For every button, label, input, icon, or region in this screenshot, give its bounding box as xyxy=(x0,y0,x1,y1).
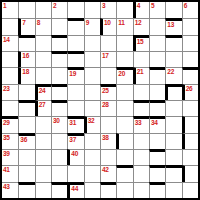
cell-r9c6[interactable] xyxy=(100,149,116,165)
clue-number-39: 39 xyxy=(3,150,10,157)
cell-r5c10[interactable] xyxy=(165,84,181,100)
cell-r8c11[interactable] xyxy=(182,133,198,149)
clue-number-29: 29 xyxy=(3,119,10,126)
clue-number-24: 24 xyxy=(39,87,46,94)
cell-r9c0[interactable]: 39 xyxy=(2,149,18,165)
cell-r11c0[interactable]: 43 xyxy=(2,182,18,198)
cell-r7c7[interactable] xyxy=(116,116,132,132)
clue-number-7: 7 xyxy=(22,19,25,26)
cell-r1c6[interactable]: 10 xyxy=(100,18,116,34)
cell-r11c3[interactable] xyxy=(51,182,67,198)
cell-r10c6[interactable]: 42 xyxy=(100,165,116,181)
cell-r5c1[interactable] xyxy=(18,84,34,100)
cell-r7c0[interactable]: 29 xyxy=(2,116,18,132)
clue-number-16: 16 xyxy=(22,52,29,59)
cell-r3c7[interactable] xyxy=(116,51,132,67)
cell-r1c0[interactable] xyxy=(2,18,18,34)
cell-r11c10[interactable] xyxy=(165,182,181,198)
cell-r5c8[interactable] xyxy=(133,84,149,100)
cell-r9c7[interactable] xyxy=(116,149,132,165)
cell-r1c5[interactable]: 9 xyxy=(84,18,100,34)
cell-r0c3[interactable]: 2 xyxy=(51,2,67,18)
cell-r7c4[interactable]: 31 xyxy=(67,116,83,132)
cell-r8c2[interactable] xyxy=(35,133,51,149)
cell-r11c5[interactable] xyxy=(84,182,100,198)
cell-r10c9[interactable] xyxy=(149,165,165,181)
cell-r6c5[interactable] xyxy=(84,100,100,116)
cell-r10c11[interactable] xyxy=(182,165,198,181)
cell-r2c10[interactable] xyxy=(165,35,181,51)
cell-r5c9[interactable] xyxy=(149,84,165,100)
cell-r4c10[interactable]: 22 xyxy=(165,67,181,83)
cell-r0c9[interactable]: 5 xyxy=(149,2,165,18)
cell-r5c0[interactable]: 23 xyxy=(2,84,18,100)
clue-number-14: 14 xyxy=(3,36,10,43)
cell-r8c5[interactable] xyxy=(84,133,100,149)
cell-r2c5[interactable] xyxy=(84,35,100,51)
cell-r7c10[interactable] xyxy=(165,116,181,132)
cell-r3c0[interactable] xyxy=(2,51,18,67)
cell-r9c3[interactable] xyxy=(51,149,67,165)
cell-r3c11[interactable] xyxy=(182,51,198,67)
clue-number-9: 9 xyxy=(86,19,89,26)
clue-number-13: 13 xyxy=(167,21,174,28)
cell-r11c1[interactable] xyxy=(18,182,34,198)
cell-r6c11[interactable] xyxy=(182,100,198,116)
cell-r0c4[interactable] xyxy=(67,2,83,18)
cell-r9c11[interactable] xyxy=(182,149,198,165)
cell-r1c9[interactable] xyxy=(149,18,165,34)
clue-number-40: 40 xyxy=(71,150,78,157)
cell-r2c2[interactable] xyxy=(35,35,51,51)
cell-r0c6[interactable]: 3 xyxy=(100,2,116,18)
cell-r10c10[interactable] xyxy=(165,165,181,181)
cell-r2c6[interactable] xyxy=(100,35,116,51)
cell-r8c3[interactable] xyxy=(51,133,67,149)
cell-r9c8[interactable] xyxy=(133,149,149,165)
cell-r1c1[interactable]: 7 xyxy=(18,18,34,34)
cell-r11c9[interactable] xyxy=(149,182,165,198)
cell-r3c3[interactable] xyxy=(51,51,67,67)
cell-r7c6[interactable] xyxy=(100,116,116,132)
cell-r3c6[interactable]: 17 xyxy=(100,51,116,67)
clue-number-35: 35 xyxy=(3,134,10,141)
clue-number-23: 23 xyxy=(3,85,10,92)
cell-r6c8[interactable] xyxy=(133,100,149,116)
crossword-board: 1234567891011121314151617181920212223242… xyxy=(0,0,200,200)
cell-r4c3[interactable] xyxy=(51,67,67,83)
clue-number-37: 37 xyxy=(69,136,76,143)
cell-r8c0[interactable]: 35 xyxy=(2,133,18,149)
cell-r0c8[interactable]: 4 xyxy=(133,2,149,18)
clue-number-12: 12 xyxy=(135,19,142,26)
cell-r5c2[interactable]: 24 xyxy=(35,84,51,100)
cell-r1c8[interactable]: 12 xyxy=(133,18,149,34)
cell-r8c7[interactable] xyxy=(116,133,132,149)
cell-r7c1[interactable] xyxy=(18,116,34,132)
cell-r1c2[interactable]: 8 xyxy=(35,18,51,34)
cell-r6c1[interactable] xyxy=(18,100,34,116)
cell-r6c0[interactable] xyxy=(2,100,18,116)
cell-r8c8[interactable] xyxy=(133,133,149,149)
cell-r2c7[interactable] xyxy=(116,35,132,51)
clue-number-18: 18 xyxy=(22,68,29,75)
cell-r0c11[interactable]: 6 xyxy=(182,2,198,18)
cell-r8c10[interactable] xyxy=(165,133,181,149)
cell-r0c7[interactable] xyxy=(116,2,132,18)
clue-number-6: 6 xyxy=(184,2,187,9)
cell-r2c11[interactable] xyxy=(182,35,198,51)
cell-r6c2[interactable]: 27 xyxy=(35,100,51,116)
cell-r9c9[interactable] xyxy=(149,149,165,165)
clue-number-42: 42 xyxy=(102,166,109,173)
cell-r10c2[interactable] xyxy=(35,165,51,181)
cell-r6c10[interactable] xyxy=(165,100,181,116)
cell-r9c4[interactable]: 40 xyxy=(67,149,83,165)
cell-r5c11[interactable]: 26 xyxy=(182,84,198,100)
cell-r0c5[interactable] xyxy=(84,2,100,18)
clue-number-11: 11 xyxy=(118,19,124,26)
cell-r8c1[interactable]: 36 xyxy=(18,133,34,149)
cell-r4c2[interactable] xyxy=(35,67,51,83)
clue-number-10: 10 xyxy=(104,19,111,26)
clue-number-21: 21 xyxy=(137,68,144,75)
cell-r4c1[interactable]: 18 xyxy=(18,67,34,83)
clue-number-22: 22 xyxy=(167,68,174,75)
clue-number-4: 4 xyxy=(137,2,140,9)
clue-number-1: 1 xyxy=(3,2,6,9)
cell-r0c2[interactable] xyxy=(35,2,51,18)
clue-number-25: 25 xyxy=(102,87,109,94)
clue-number-2: 2 xyxy=(53,2,56,9)
cell-r6c3[interactable] xyxy=(51,100,67,116)
cell-r3c5[interactable] xyxy=(84,51,100,67)
cell-r5c4[interactable] xyxy=(67,84,83,100)
cell-r4c6[interactable] xyxy=(100,67,116,83)
cell-r3c2[interactable] xyxy=(35,51,51,67)
cell-r9c2[interactable] xyxy=(35,149,51,165)
cell-r0c0[interactable]: 1 xyxy=(2,2,18,18)
cell-r4c4[interactable]: 19 xyxy=(67,67,83,83)
clue-number-44: 44 xyxy=(71,185,78,192)
cell-r11c7[interactable] xyxy=(116,182,132,198)
cell-r7c2[interactable] xyxy=(35,116,51,132)
cell-r10c5[interactable] xyxy=(84,165,100,181)
cell-r1c4[interactable] xyxy=(67,18,83,34)
clue-number-31: 31 xyxy=(69,119,76,126)
cell-r3c1[interactable]: 16 xyxy=(18,51,34,67)
clue-number-27: 27 xyxy=(39,101,46,108)
cell-r4c11[interactable] xyxy=(182,67,198,83)
clue-number-43: 43 xyxy=(3,183,10,190)
cell-r4c5[interactable] xyxy=(84,67,100,83)
cell-r2c9[interactable] xyxy=(149,35,165,51)
clue-number-15: 15 xyxy=(137,38,144,45)
cell-r7c3[interactable]: 30 xyxy=(51,116,67,132)
cell-r9c1[interactable] xyxy=(18,149,34,165)
cell-r3c8[interactable] xyxy=(133,51,149,67)
clue-number-28: 28 xyxy=(102,101,109,108)
clue-number-38: 38 xyxy=(102,134,109,141)
cell-r7c8[interactable]: 33 xyxy=(133,116,149,132)
cell-r10c0[interactable]: 41 xyxy=(2,165,18,181)
cell-r11c11[interactable] xyxy=(182,182,198,198)
cell-r3c10[interactable] xyxy=(165,51,181,67)
cell-r2c1[interactable] xyxy=(18,35,34,51)
cell-r1c11[interactable] xyxy=(182,18,198,34)
cell-r8c4[interactable]: 37 xyxy=(67,133,83,149)
cell-r8c6[interactable]: 38 xyxy=(100,133,116,149)
cell-r10c8[interactable] xyxy=(133,165,149,181)
cell-r2c3[interactable] xyxy=(51,35,67,51)
cell-r9c10[interactable] xyxy=(165,149,181,165)
clue-number-36: 36 xyxy=(20,136,27,143)
clue-number-30: 30 xyxy=(53,117,60,124)
cell-r5c7[interactable] xyxy=(116,84,132,100)
clue-number-32: 32 xyxy=(88,117,95,124)
cell-r6c7[interactable] xyxy=(116,100,132,116)
cell-r4c8[interactable]: 21 xyxy=(133,67,149,83)
cell-r4c7[interactable]: 20 xyxy=(116,67,132,83)
cell-r11c4[interactable]: 44 xyxy=(67,182,83,198)
cell-r10c4[interactable] xyxy=(67,165,83,181)
clue-number-17: 17 xyxy=(102,52,109,59)
cell-r11c8[interactable] xyxy=(133,182,149,198)
cell-r7c9[interactable]: 34 xyxy=(149,116,165,132)
cell-r5c5[interactable] xyxy=(84,84,100,100)
clue-number-41: 41 xyxy=(3,166,10,173)
cell-r10c7[interactable] xyxy=(116,165,132,181)
cell-r2c0[interactable]: 14 xyxy=(2,35,18,51)
clue-number-19: 19 xyxy=(69,70,76,77)
clue-number-20: 20 xyxy=(118,70,125,77)
cell-r1c10[interactable]: 13 xyxy=(165,18,181,34)
cell-r5c3[interactable] xyxy=(51,84,67,100)
clue-number-26: 26 xyxy=(186,85,193,92)
cell-r7c11[interactable] xyxy=(182,116,198,132)
cell-r10c3[interactable] xyxy=(51,165,67,181)
cell-r0c1[interactable] xyxy=(18,2,34,18)
cell-r11c6[interactable] xyxy=(100,182,116,198)
cell-r4c9[interactable] xyxy=(149,67,165,83)
cell-r1c3[interactable] xyxy=(51,18,67,34)
clue-number-5: 5 xyxy=(151,2,154,9)
cell-r6c6[interactable]: 28 xyxy=(100,100,116,116)
cell-r3c9[interactable] xyxy=(149,51,165,67)
cell-r8c9[interactable] xyxy=(149,133,165,149)
cell-r2c8[interactable]: 15 xyxy=(133,35,149,51)
cell-r3c4[interactable] xyxy=(67,51,83,67)
cell-r2c4[interactable] xyxy=(67,35,83,51)
cell-r7c5[interactable]: 32 xyxy=(84,116,100,132)
clue-number-8: 8 xyxy=(37,19,40,26)
clue-number-34: 34 xyxy=(151,119,158,126)
cell-r9c5[interactable] xyxy=(84,149,100,165)
cell-r4c0[interactable] xyxy=(2,67,18,83)
cell-r5c6[interactable]: 25 xyxy=(100,84,116,100)
cell-r1c7[interactable]: 11 xyxy=(116,18,132,34)
clue-number-3: 3 xyxy=(102,2,105,9)
cell-r10c1[interactable] xyxy=(18,165,34,181)
cell-r0c10[interactable] xyxy=(165,2,181,18)
cell-r6c4[interactable] xyxy=(67,100,83,116)
cell-r6c9[interactable] xyxy=(149,100,165,116)
clue-number-33: 33 xyxy=(135,119,142,126)
cell-r11c2[interactable] xyxy=(35,182,51,198)
